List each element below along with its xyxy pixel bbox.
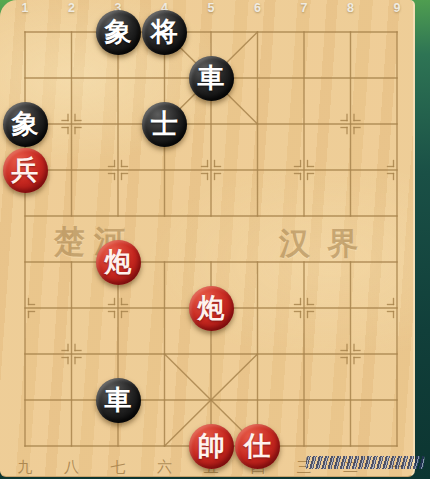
file-label-bottom-3: 七 — [106, 458, 130, 477]
file-label-top-6: 6 — [247, 1, 269, 15]
piece-black-advisor[interactable]: 士 — [142, 102, 187, 147]
screen: 楚河 汉界 123456789 九八七六五四三二一 象将車象士兵炮炮車帥仕 — [0, 0, 430, 479]
file-label-bottom-1: 九 — [13, 458, 37, 477]
file-label-top-9: 9 — [386, 1, 408, 15]
river-label-han-jie: 汉界 — [279, 223, 375, 265]
piece-red-general[interactable]: 帥 — [189, 424, 234, 469]
piece-red-cannon[interactable]: 炮 — [189, 286, 234, 331]
piece-black-elephant[interactable]: 象 — [96, 10, 141, 55]
file-label-top-5: 5 — [200, 1, 222, 15]
file-label-top-2: 2 — [61, 1, 83, 15]
piece-red-soldier[interactable]: 兵 — [3, 148, 48, 193]
piece-black-elephant[interactable]: 象 — [3, 102, 48, 147]
file-label-top-7: 7 — [293, 1, 315, 15]
piece-black-general[interactable]: 将 — [142, 10, 187, 55]
piece-red-cannon[interactable]: 炮 — [96, 240, 141, 285]
file-label-top-1: 1 — [14, 1, 36, 15]
file-label-bottom-2: 八 — [60, 458, 84, 477]
piece-black-chariot[interactable]: 車 — [189, 56, 234, 101]
piece-black-chariot[interactable]: 車 — [96, 378, 141, 423]
file-label-top-8: 8 — [340, 1, 362, 15]
piece-red-advisor[interactable]: 仕 — [235, 424, 280, 469]
watermark — [305, 456, 424, 469]
xiangqi-board[interactable]: 楚河 汉界 123456789 九八七六五四三二一 象将車象士兵炮炮車帥仕 — [0, 0, 415, 477]
file-label-bottom-4: 六 — [153, 458, 177, 477]
